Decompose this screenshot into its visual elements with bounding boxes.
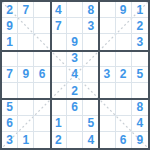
cell-r8c4[interactable]: 1 [51,116,67,132]
cell-r1c5[interactable] [67,2,83,18]
cell-r6c4[interactable] [51,83,67,99]
cell-r5c9[interactable]: 5 [132,67,148,83]
sudoku-grid: 27489197321933796432525686154312469 [2,2,148,148]
cell-r7c9[interactable]: 8 [132,99,148,115]
cell-r3c8[interactable] [116,34,132,50]
cell-r3c1[interactable]: 1 [2,34,18,50]
cell-r7c1[interactable]: 5 [2,99,18,115]
cell-r6c3[interactable] [34,83,50,99]
cell-r5c5[interactable]: 4 [67,67,83,83]
cell-r7c8[interactable] [116,99,132,115]
cell-r5c2[interactable]: 9 [18,67,34,83]
cell-r3c7[interactable] [99,34,115,50]
cell-r2c5[interactable] [67,18,83,34]
cell-r7c5[interactable]: 6 [67,99,83,115]
sudoku-board: 27489197321933796432525686154312469 [0,0,150,150]
cell-r1c2[interactable]: 7 [18,2,34,18]
cell-r1c4[interactable]: 4 [51,2,67,18]
cell-r2c6[interactable]: 3 [83,18,99,34]
cell-r1c1[interactable]: 2 [2,2,18,18]
cell-r4c3[interactable] [34,51,50,67]
cell-r5c1[interactable]: 7 [2,67,18,83]
cell-r2c7[interactable] [99,18,115,34]
cell-r8c5[interactable] [67,116,83,132]
cell-r4c6[interactable] [83,51,99,67]
cell-r8c7[interactable] [99,116,115,132]
cell-r3c5[interactable]: 9 [67,34,83,50]
cell-r2c9[interactable]: 2 [132,18,148,34]
cell-r9c5[interactable] [67,132,83,148]
cell-r8c9[interactable]: 4 [132,116,148,132]
cell-r8c1[interactable]: 6 [2,116,18,132]
cell-r8c6[interactable]: 5 [83,116,99,132]
cell-r3c3[interactable] [34,34,50,50]
cell-r2c3[interactable] [34,18,50,34]
cell-r9c9[interactable]: 9 [132,132,148,148]
cell-r9c3[interactable] [34,132,50,148]
cell-r3c2[interactable] [18,34,34,50]
cell-r6c5[interactable]: 2 [67,83,83,99]
cell-r6c7[interactable] [99,83,115,99]
cell-r5c7[interactable]: 3 [99,67,115,83]
cell-r9c8[interactable]: 6 [116,132,132,148]
cell-r9c1[interactable]: 3 [2,132,18,148]
cell-r4c8[interactable] [116,51,132,67]
cell-r8c8[interactable] [116,116,132,132]
cell-r5c4[interactable] [51,67,67,83]
cell-r1c7[interactable] [99,2,115,18]
cell-r6c9[interactable] [132,83,148,99]
cell-r4c9[interactable] [132,51,148,67]
cell-r2c4[interactable]: 7 [51,18,67,34]
cell-r3c6[interactable] [83,34,99,50]
cell-r1c3[interactable] [34,2,50,18]
cell-r9c6[interactable]: 4 [83,132,99,148]
cell-r7c2[interactable] [18,99,34,115]
cell-r7c7[interactable] [99,99,115,115]
cell-r9c2[interactable]: 1 [18,132,34,148]
cell-r6c6[interactable] [83,83,99,99]
cell-r8c2[interactable] [18,116,34,132]
cell-r4c4[interactable] [51,51,67,67]
cell-r7c6[interactable] [83,99,99,115]
cell-r9c7[interactable] [99,132,115,148]
cell-r4c2[interactable] [18,51,34,67]
cell-r3c4[interactable] [51,34,67,50]
cell-r9c4[interactable]: 2 [51,132,67,148]
cell-r6c8[interactable] [116,83,132,99]
cell-r1c9[interactable]: 1 [132,2,148,18]
cell-r2c1[interactable]: 9 [2,18,18,34]
cell-r5c8[interactable]: 2 [116,67,132,83]
cell-r5c3[interactable]: 6 [34,67,50,83]
cell-r8c3[interactable] [34,116,50,132]
cell-r7c4[interactable] [51,99,67,115]
cell-r7c3[interactable] [34,99,50,115]
cell-r4c1[interactable] [2,51,18,67]
cell-r1c6[interactable]: 8 [83,2,99,18]
cell-r2c2[interactable] [18,18,34,34]
cell-r3c9[interactable]: 3 [132,34,148,50]
cell-r4c5[interactable]: 3 [67,51,83,67]
cell-r6c2[interactable] [18,83,34,99]
cell-r6c1[interactable] [2,83,18,99]
cell-r2c8[interactable] [116,18,132,34]
cell-r5c6[interactable] [83,67,99,83]
cell-r1c8[interactable]: 9 [116,2,132,18]
cell-r4c7[interactable] [99,51,115,67]
